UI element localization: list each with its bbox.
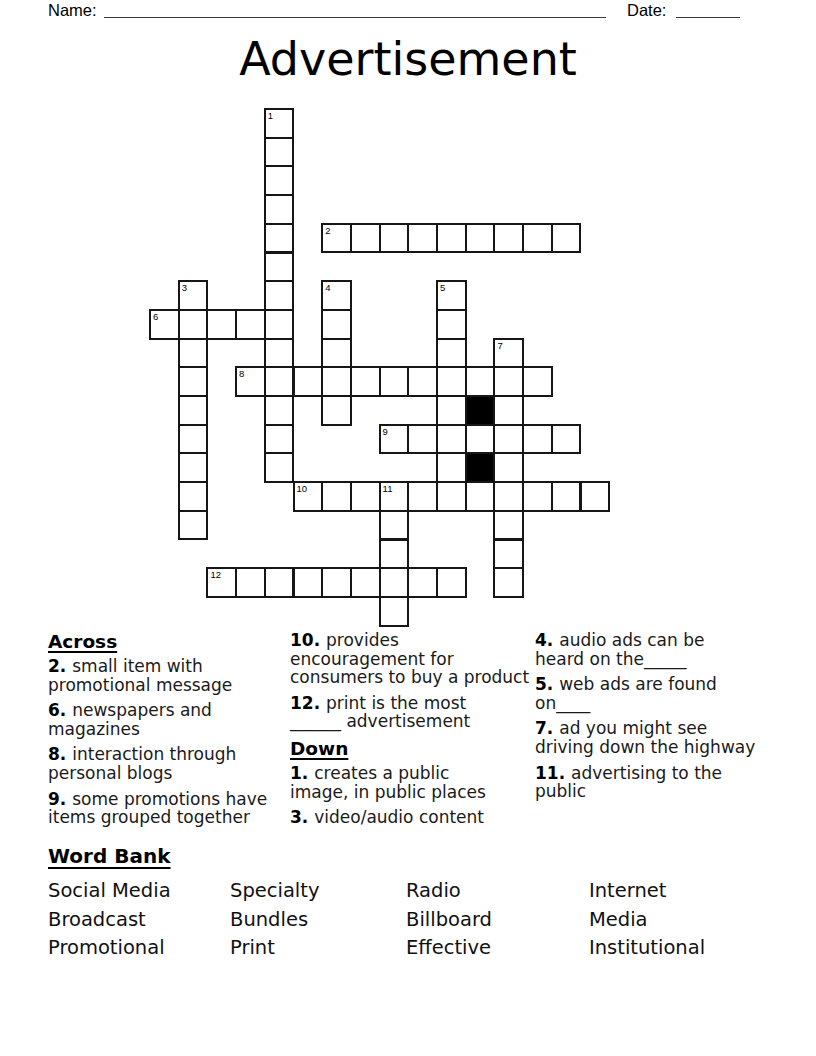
clue-number: 11 <box>383 483 393 494</box>
clue-7-number: 7. <box>535 718 559 738</box>
grid-cell[interactable] <box>552 425 581 454</box>
grid-cell[interactable] <box>265 396 294 425</box>
grid-cell[interactable] <box>552 224 581 253</box>
grid-cell[interactable] <box>322 310 351 339</box>
word-bank-item: Print <box>230 934 406 963</box>
grid-cell[interactable] <box>466 482 495 511</box>
grid-cell[interactable] <box>494 540 523 569</box>
grid-cell[interactable] <box>207 310 236 339</box>
grid-cell[interactable] <box>408 367 437 396</box>
grid-cell[interactable] <box>494 568 523 597</box>
clue-4-line-1: 4. audio ads can be <box>535 631 767 650</box>
grid-cell[interactable] <box>265 425 294 454</box>
clue-number: 2 <box>325 225 330 236</box>
word-bank-item: Institutional <box>589 934 778 963</box>
word-bank-item: Promotional <box>48 934 230 963</box>
clue-11-number: 11. <box>535 763 571 783</box>
grid-cell[interactable] <box>523 425 552 454</box>
grid-cell[interactable]: 4 <box>322 281 351 310</box>
grid-cell[interactable] <box>265 367 294 396</box>
word-bank-item: Effective <box>406 934 589 963</box>
grid-cell[interactable] <box>408 568 437 597</box>
grid-cell[interactable] <box>437 425 466 454</box>
grid-cell[interactable] <box>322 339 351 368</box>
grid-cell[interactable] <box>179 511 208 540</box>
grid-cell[interactable] <box>408 482 437 511</box>
clue-1-line-1: 1. creates a public <box>290 764 536 783</box>
grid-cell[interactable]: 5 <box>437 281 466 310</box>
grid-cell[interactable] <box>179 482 208 511</box>
grid-cell[interactable] <box>494 482 523 511</box>
grid-cell[interactable] <box>437 224 466 253</box>
clue-3-line-1: 3. video/audio content <box>290 808 536 827</box>
clue-10-number: 10. <box>290 630 326 650</box>
clue-4-number: 4. <box>535 630 559 650</box>
grid-cell[interactable] <box>351 568 380 597</box>
clue-12-line-1: 12. print is the most <box>290 694 536 713</box>
blocked-cell <box>466 396 495 425</box>
grid-cell[interactable]: 6 <box>150 310 179 339</box>
grid-cell[interactable] <box>294 367 323 396</box>
grid-cell[interactable] <box>179 425 208 454</box>
grid-cell[interactable] <box>179 339 208 368</box>
clue-2-number: 2. <box>48 656 72 676</box>
clue-9-line-1: 9. some promotions have <box>48 790 290 809</box>
grid-cell[interactable] <box>265 224 294 253</box>
grid-cell[interactable] <box>380 597 409 626</box>
grid-cell[interactable]: 7 <box>494 339 523 368</box>
clue-10: 10. providesencouragement forconsumers t… <box>290 631 536 687</box>
clue-number: 12 <box>210 569 221 580</box>
clue-4-line-2: heard on the_____ <box>535 650 767 669</box>
grid-cell[interactable] <box>466 367 495 396</box>
clue-number: 4 <box>325 282 330 293</box>
word-bank-item: Broadcast <box>48 906 230 935</box>
clue-5: 5. web ads are foundon____ <box>535 675 767 712</box>
page-title: Advertisement <box>0 33 816 85</box>
grid-cell[interactable] <box>380 540 409 569</box>
grid-cell[interactable] <box>265 166 294 195</box>
clue-3-number: 3. <box>290 807 314 827</box>
clue-12-number: 12. <box>290 693 326 713</box>
grid-cell[interactable] <box>494 367 523 396</box>
grid-cell[interactable]: 3 <box>179 281 208 310</box>
grid-cell[interactable]: 12 <box>207 568 236 597</box>
date-label: Date: <box>627 1 666 19</box>
grid-cell[interactable] <box>179 453 208 482</box>
grid-cell[interactable] <box>437 367 466 396</box>
clue-number: 6 <box>153 311 158 322</box>
clue-number: 10 <box>297 483 308 494</box>
word-bank-item: Internet <box>589 877 778 906</box>
clue-5-line-2: on____ <box>535 694 767 713</box>
date-input-line[interactable] <box>676 1 740 18</box>
clue-10-line-3: consumers to buy a product <box>290 668 536 687</box>
grid-cell[interactable] <box>265 253 294 282</box>
clue-column-3: 4. audio ads can beheard on the_____5. w… <box>535 631 767 808</box>
clue-column-1: Across2. small item withpromotional mess… <box>48 631 290 834</box>
word-bank: Word Bank Social MediaSpecialtyRadioInte… <box>48 845 778 963</box>
word-bank-item: Social Media <box>48 877 230 906</box>
clue-number: 9 <box>383 426 388 437</box>
grid-cell[interactable] <box>380 367 409 396</box>
grid-cell[interactable] <box>408 425 437 454</box>
grid-cell[interactable] <box>523 367 552 396</box>
clue-8-line-1: 8. interaction through <box>48 745 290 764</box>
clue-12: 12. print is the most______ advertisemen… <box>290 694 536 731</box>
grid-cell[interactable] <box>437 482 466 511</box>
clue-8-line-2: personal blogs <box>48 764 290 783</box>
grid-cell[interactable] <box>466 425 495 454</box>
grid-cell[interactable] <box>294 568 323 597</box>
clue-1-number: 1. <box>290 763 314 783</box>
grid-cell[interactable]: 11 <box>380 482 409 511</box>
grid-cell[interactable] <box>437 396 466 425</box>
clue-7-line-2: driving down the highway <box>535 738 767 757</box>
grid-cell[interactable] <box>494 453 523 482</box>
grid-cell[interactable] <box>494 396 523 425</box>
grid-cell[interactable] <box>265 195 294 224</box>
word-bank-item: Bundles <box>230 906 406 935</box>
clue-10-line-2: encouragement for <box>290 650 536 669</box>
word-bank-item: Media <box>589 906 778 935</box>
clue-1-line-2: image, in public places <box>290 783 536 802</box>
grid-cell[interactable] <box>494 425 523 454</box>
grid-cell[interactable] <box>322 396 351 425</box>
grid-cell[interactable] <box>380 511 409 540</box>
grid-cell[interactable] <box>265 568 294 597</box>
clue-2: 2. small item withpromotional message <box>48 657 290 694</box>
grid-cell[interactable] <box>380 568 409 597</box>
clue-9: 9. some promotions haveitems grouped tog… <box>48 790 290 827</box>
grid-cell[interactable] <box>523 224 552 253</box>
grid-cell[interactable] <box>322 568 351 597</box>
clue-8: 8. interaction throughpersonal blogs <box>48 745 290 782</box>
grid-cell[interactable] <box>351 482 380 511</box>
grid-cell[interactable] <box>236 310 265 339</box>
blocked-cell <box>466 453 495 482</box>
grid-cell[interactable] <box>236 568 265 597</box>
clue-12-line-2: ______ advertisement <box>290 712 536 731</box>
clue-6-number: 6. <box>48 700 72 720</box>
clue-number: 7 <box>497 340 502 351</box>
grid-cell[interactable] <box>265 138 294 167</box>
clue-column-2: 10. providesencouragement forconsumers t… <box>290 631 536 834</box>
grid-cell[interactable] <box>179 367 208 396</box>
grid-cell[interactable] <box>581 482 610 511</box>
word-bank-item: Specialty <box>230 877 406 906</box>
crossword-grid: 123456789101112 <box>150 109 612 628</box>
grid-cell[interactable] <box>408 224 437 253</box>
clue-11-line-2: public <box>535 782 767 801</box>
clue-10-line-1: 10. provides <box>290 631 536 650</box>
clue-number: 5 <box>440 282 445 293</box>
clue-8-number: 8. <box>48 744 72 764</box>
grid-cell[interactable] <box>494 224 523 253</box>
grid-cell[interactable] <box>265 310 294 339</box>
grid-cell[interactable] <box>179 396 208 425</box>
clue-5-line-1: 5. web ads are found <box>535 675 767 694</box>
down-heading: Down <box>290 738 536 759</box>
clue-5-number: 5. <box>535 674 559 694</box>
grid-cell[interactable] <box>494 511 523 540</box>
clue-3: 3. video/audio content <box>290 808 536 827</box>
word-bank-heading: Word Bank <box>48 845 778 868</box>
clue-7: 7. ad you might seedriving down the high… <box>535 719 767 756</box>
grid-cell[interactable] <box>380 224 409 253</box>
clue-number: 1 <box>268 110 273 121</box>
grid-cell[interactable]: 10 <box>294 482 323 511</box>
name-input-line[interactable] <box>104 1 606 18</box>
grid-cell[interactable] <box>265 339 294 368</box>
grid-cell[interactable] <box>437 453 466 482</box>
grid-cell[interactable] <box>265 453 294 482</box>
grid-cell[interactable] <box>437 339 466 368</box>
grid-cell[interactable] <box>523 482 552 511</box>
across-heading: Across <box>48 631 290 652</box>
clue-7-line-1: 7. ad you might see <box>535 719 767 738</box>
clue-9-line-2: items grouped together <box>48 808 290 827</box>
word-bank-item: Billboard <box>406 906 589 935</box>
clue-number: 3 <box>182 282 187 293</box>
grid-cell[interactable]: 9 <box>380 425 409 454</box>
grid-cell[interactable] <box>437 568 466 597</box>
clue-6-line-1: 6. newspapers and <box>48 701 290 720</box>
clue-6: 6. newspapers andmagazines <box>48 701 290 738</box>
grid-cell[interactable] <box>466 224 495 253</box>
grid-cell[interactable]: 1 <box>265 109 294 138</box>
clue-9-number: 9. <box>48 789 72 809</box>
word-bank-grid: Social MediaSpecialtyRadioInternetBroadc… <box>48 877 778 963</box>
grid-cell[interactable] <box>437 310 466 339</box>
clue-2-line-1: 2. small item with <box>48 657 290 676</box>
grid-cell[interactable] <box>322 367 351 396</box>
clue-11: 11. advertising to thepublic <box>535 764 767 801</box>
grid-cell[interactable] <box>179 310 208 339</box>
grid-cell[interactable]: 8 <box>236 367 265 396</box>
grid-cell[interactable]: 2 <box>322 224 351 253</box>
clue-11-line-1: 11. advertising to the <box>535 764 767 783</box>
clue-number: 8 <box>239 368 244 379</box>
grid-cell[interactable] <box>552 482 581 511</box>
clue-4: 4. audio ads can beheard on the_____ <box>535 631 767 668</box>
grid-cell[interactable] <box>322 482 351 511</box>
grid-cell[interactable] <box>351 367 380 396</box>
clue-2-line-2: promotional message <box>48 676 290 695</box>
word-bank-item: Radio <box>406 877 589 906</box>
name-label: Name: <box>48 1 97 19</box>
grid-cell[interactable] <box>351 224 380 253</box>
clue-1: 1. creates a publicimage, in public plac… <box>290 764 536 801</box>
grid-cell[interactable] <box>265 281 294 310</box>
clue-6-line-2: magazines <box>48 720 290 739</box>
